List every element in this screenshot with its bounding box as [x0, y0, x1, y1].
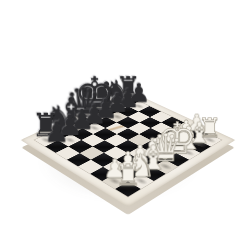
piece-black-rook-h8: ♜	[108, 54, 148, 101]
product-photo: ♜♞♝♛♚♝♞♜♟♟♟♟♟♟♟♟♟♟♟♟♟♟♟♟♜♞♝♛♚♝♝♜	[0, 0, 240, 240]
